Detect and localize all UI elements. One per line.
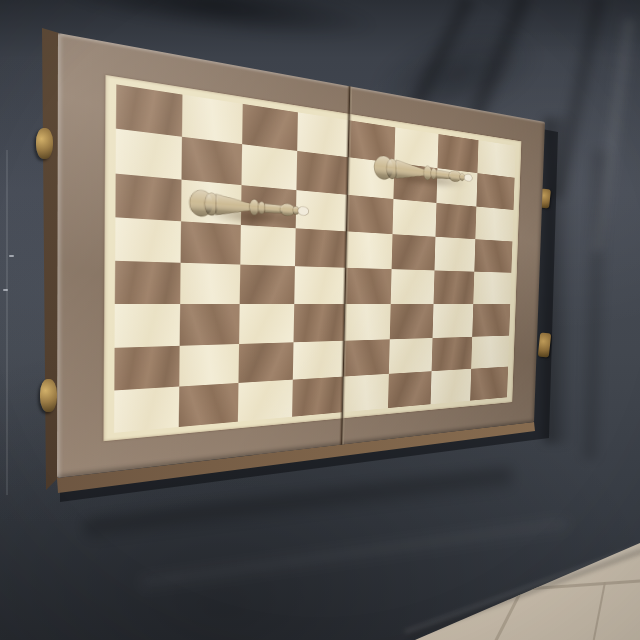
- square-g2: [432, 336, 473, 371]
- square-g3: [433, 304, 474, 338]
- square-g4: [434, 270, 475, 304]
- square-b8: [182, 95, 243, 145]
- square-c4: [240, 265, 295, 305]
- square-d3: [294, 304, 345, 342]
- square-a1: [114, 386, 179, 433]
- square-g5: [434, 237, 475, 272]
- square-d5: [295, 228, 346, 268]
- square-a3: [115, 304, 181, 347]
- square-f5: [392, 234, 436, 270]
- square-e3: [344, 304, 391, 340]
- square-f1: [388, 371, 432, 408]
- square-c5: [240, 225, 295, 266]
- square-a7: [116, 129, 182, 179]
- square-h6: [475, 206, 513, 241]
- square-c2: [238, 342, 293, 383]
- square-d4: [294, 266, 345, 304]
- square-b7: [182, 137, 243, 185]
- square-b5: [181, 221, 241, 264]
- photo-scene: [0, 0, 640, 640]
- square-d2: [293, 340, 344, 379]
- square-f3: [390, 304, 434, 339]
- square-a2: [114, 345, 179, 390]
- square-e4: [344, 268, 391, 304]
- square-e2: [343, 339, 390, 376]
- cloth-stitch: [3, 289, 8, 291]
- square-d1: [292, 376, 343, 416]
- square-g6: [435, 203, 476, 239]
- brass-clasp-knob-lower: [40, 379, 57, 412]
- square-c1: [238, 379, 293, 421]
- square-a6: [115, 173, 181, 221]
- square-f6: [393, 199, 437, 237]
- square-f4: [391, 269, 435, 304]
- square-h7: [476, 173, 514, 209]
- square-d8: [297, 112, 348, 157]
- square-h5: [474, 239, 512, 273]
- square-b3: [180, 304, 240, 345]
- square-c3: [239, 304, 294, 343]
- square-e5: [345, 231, 392, 269]
- square-c7: [242, 144, 298, 189]
- square-h3: [472, 304, 510, 336]
- board-grid: [114, 84, 516, 432]
- square-b2: [179, 344, 239, 387]
- cloth-stitch: [9, 255, 14, 257]
- square-e6: [346, 194, 393, 234]
- square-c8: [242, 104, 298, 151]
- square-g1: [431, 369, 472, 405]
- square-h2: [471, 335, 509, 368]
- square-f2: [389, 338, 433, 374]
- square-h1: [470, 366, 508, 400]
- square-a5: [115, 217, 181, 263]
- square-h8: [477, 140, 515, 178]
- square-e1: [342, 374, 389, 413]
- brass-clasp-knob-upper: [36, 128, 53, 159]
- tile-grout-line: [592, 582, 606, 640]
- square-d7: [296, 151, 347, 194]
- square-a8: [116, 84, 182, 137]
- square-a4: [115, 261, 181, 304]
- square-b4: [180, 263, 240, 304]
- square-b1: [179, 383, 239, 427]
- square-h4: [473, 272, 511, 304]
